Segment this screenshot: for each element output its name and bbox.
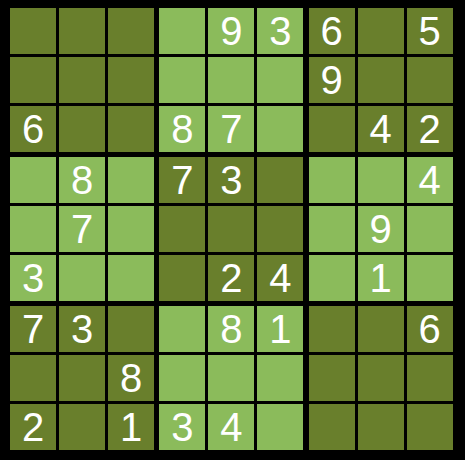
cell-r3c6[interactable] xyxy=(257,106,303,152)
cell-r8c8[interactable] xyxy=(358,355,404,401)
cell-r5c4[interactable] xyxy=(159,206,205,252)
cell-r5c8[interactable]: 9 xyxy=(358,206,404,252)
cell-r6c8[interactable]: 1 xyxy=(358,255,404,301)
cell-r5c9[interactable] xyxy=(407,206,453,252)
cell-r1c5[interactable]: 9 xyxy=(208,8,254,54)
cell-r6c9[interactable] xyxy=(407,255,453,301)
cell-r3c2[interactable] xyxy=(59,106,105,152)
cell-r1c2[interactable] xyxy=(59,8,105,54)
cell-r5c6[interactable] xyxy=(257,206,303,252)
cell-r7c6[interactable]: 1 xyxy=(257,306,303,352)
cell-r4c8[interactable] xyxy=(358,157,404,203)
cell-r6c5[interactable]: 2 xyxy=(208,255,254,301)
cell-r2c3[interactable] xyxy=(108,57,154,103)
cell-r9c7[interactable] xyxy=(309,404,355,450)
cell-r3c5[interactable]: 7 xyxy=(208,106,254,152)
cell-r7c7[interactable] xyxy=(309,306,355,352)
cell-r4c1[interactable] xyxy=(10,157,56,203)
cell-r5c1[interactable] xyxy=(10,206,56,252)
cell-r6c3[interactable] xyxy=(108,255,154,301)
box-r2c2: 7324 xyxy=(159,157,303,301)
cell-r8c7[interactable] xyxy=(309,355,355,401)
box-r2c3: 491 xyxy=(309,157,453,301)
cell-r3c8[interactable]: 4 xyxy=(358,106,404,152)
cell-r2c9[interactable] xyxy=(407,57,453,103)
cell-r2c8[interactable] xyxy=(358,57,404,103)
box-r3c1: 73821 xyxy=(10,306,154,450)
cell-r8c2[interactable] xyxy=(59,355,105,401)
cell-r6c7[interactable] xyxy=(309,255,355,301)
cell-r9c6[interactable] xyxy=(257,404,303,450)
cell-r7c3[interactable] xyxy=(108,306,154,352)
cell-r8c6[interactable] xyxy=(257,355,303,401)
cell-r1c1[interactable] xyxy=(10,8,56,54)
box-r1c2: 9387 xyxy=(159,8,303,152)
cell-r7c4[interactable] xyxy=(159,306,205,352)
cell-r2c2[interactable] xyxy=(59,57,105,103)
cell-r8c3[interactable]: 8 xyxy=(108,355,154,401)
cell-r1c3[interactable] xyxy=(108,8,154,54)
cell-r5c2[interactable]: 7 xyxy=(59,206,105,252)
cell-r9c3[interactable]: 1 xyxy=(108,404,154,450)
box-r3c3: 6 xyxy=(309,306,453,450)
cell-r1c7[interactable]: 6 xyxy=(309,8,355,54)
cell-r7c5[interactable]: 8 xyxy=(208,306,254,352)
cell-r8c1[interactable] xyxy=(10,355,56,401)
cell-r9c8[interactable] xyxy=(358,404,404,450)
cell-r9c2[interactable] xyxy=(59,404,105,450)
cell-r9c4[interactable]: 3 xyxy=(159,404,205,450)
cell-r5c7[interactable] xyxy=(309,206,355,252)
cell-r1c9[interactable]: 5 xyxy=(407,8,453,54)
box-r1c3: 65942 xyxy=(309,8,453,152)
cell-r2c5[interactable] xyxy=(208,57,254,103)
cell-r8c4[interactable] xyxy=(159,355,205,401)
cell-r3c3[interactable] xyxy=(108,106,154,152)
box-r2c1: 873 xyxy=(10,157,154,301)
cell-r6c2[interactable] xyxy=(59,255,105,301)
cell-r3c9[interactable]: 2 xyxy=(407,106,453,152)
sudoku-board: 693876594287373244917382181346 xyxy=(0,0,465,460)
cell-r5c3[interactable] xyxy=(108,206,154,252)
cell-r1c4[interactable] xyxy=(159,8,205,54)
cell-r6c4[interactable] xyxy=(159,255,205,301)
cell-r3c1[interactable]: 6 xyxy=(10,106,56,152)
cell-r7c2[interactable]: 3 xyxy=(59,306,105,352)
cell-r8c9[interactable] xyxy=(407,355,453,401)
cell-r2c1[interactable] xyxy=(10,57,56,103)
cell-r4c7[interactable] xyxy=(309,157,355,203)
cell-r7c9[interactable]: 6 xyxy=(407,306,453,352)
cell-r2c4[interactable] xyxy=(159,57,205,103)
cell-r6c1[interactable]: 3 xyxy=(10,255,56,301)
cell-r2c6[interactable] xyxy=(257,57,303,103)
cell-r9c1[interactable]: 2 xyxy=(10,404,56,450)
cell-r2c7[interactable]: 9 xyxy=(309,57,355,103)
cell-r4c9[interactable]: 4 xyxy=(407,157,453,203)
cell-r6c6[interactable]: 4 xyxy=(257,255,303,301)
cell-r1c6[interactable]: 3 xyxy=(257,8,303,54)
cell-r9c5[interactable]: 4 xyxy=(208,404,254,450)
cell-r3c4[interactable]: 8 xyxy=(159,106,205,152)
cell-r4c6[interactable] xyxy=(257,157,303,203)
cell-r7c1[interactable]: 7 xyxy=(10,306,56,352)
cell-r3c7[interactable] xyxy=(309,106,355,152)
cell-r5c5[interactable] xyxy=(208,206,254,252)
cell-r8c5[interactable] xyxy=(208,355,254,401)
box-r1c1: 6 xyxy=(10,8,154,152)
cell-r1c8[interactable] xyxy=(358,8,404,54)
cell-r4c4[interactable]: 7 xyxy=(159,157,205,203)
cell-r4c5[interactable]: 3 xyxy=(208,157,254,203)
cell-r7c8[interactable] xyxy=(358,306,404,352)
cell-r4c3[interactable] xyxy=(108,157,154,203)
box-r3c2: 8134 xyxy=(159,306,303,450)
cell-r9c9[interactable] xyxy=(407,404,453,450)
cell-r4c2[interactable]: 8 xyxy=(59,157,105,203)
